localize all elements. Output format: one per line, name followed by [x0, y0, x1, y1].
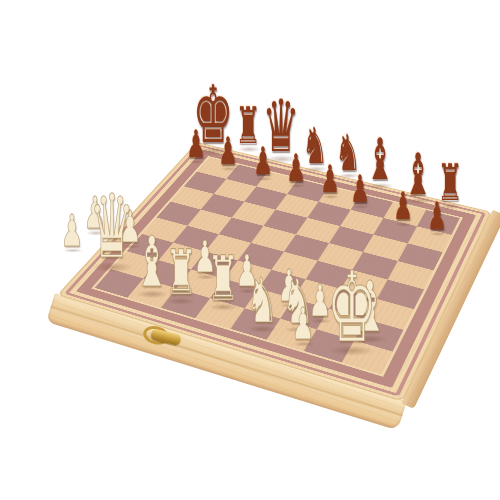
piece-white-pawn-a2: ♟ — [61, 208, 84, 252]
piece-black-knight-d8: ♞ — [302, 121, 328, 171]
piece-black-bishop-f8: ♝ — [365, 131, 395, 188]
product-photo-stage: ♚♜♛♞♞♝♝♜♟♟♟♟♟♟♟♟♟♟♟♟♟♟♟♟♛♝♜♜♞♞♚♝ — [0, 0, 500, 500]
piece-white-pawn-b2: ♟ — [84, 191, 107, 235]
piece-black-knight-e8: ♞ — [335, 128, 361, 178]
piece-shadow — [238, 147, 261, 153]
piece-black-rook-b8: ♜ — [235, 101, 261, 151]
piece-shadow — [86, 231, 106, 236]
piece-shadow — [63, 248, 83, 253]
piece-black-queen-c8: ♛ — [263, 90, 300, 162]
